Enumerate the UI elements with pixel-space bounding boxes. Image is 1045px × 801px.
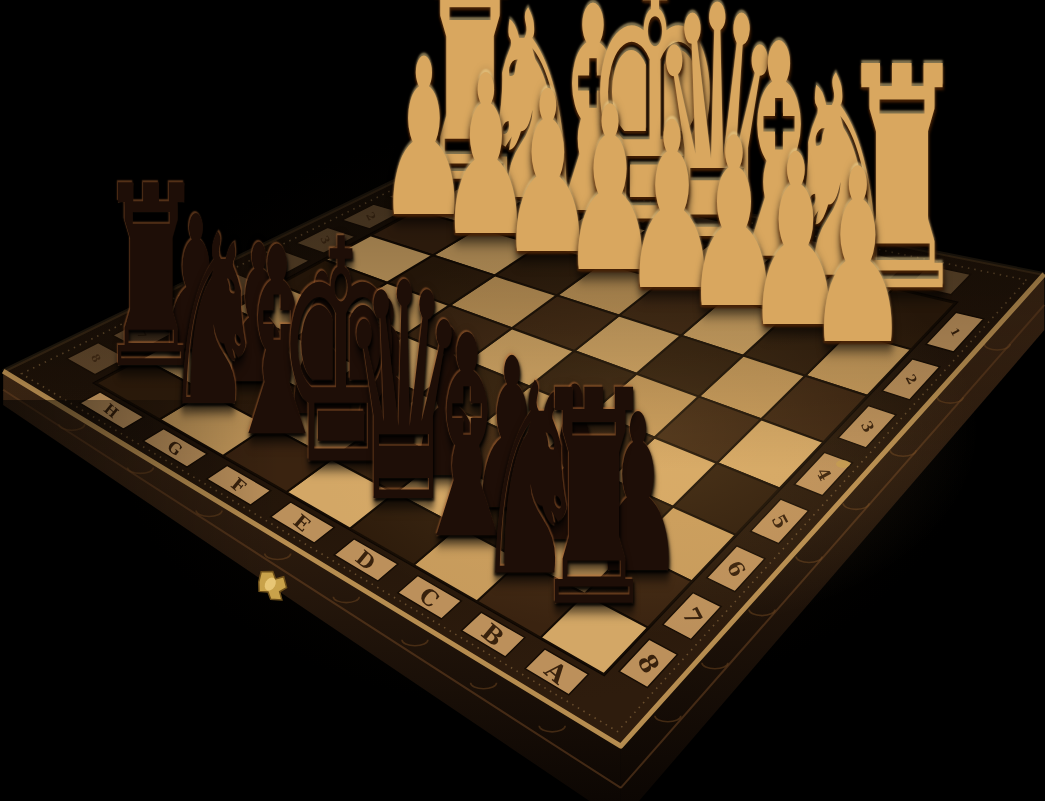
piece-black-rook-a8[interactable]: ♜ <box>532 354 657 650</box>
scene: AABBCCDDEEFFGGHH1122334455667788 ♜♞♟♝♟♚♟… <box>0 0 1045 801</box>
piece-white-pawn-a2[interactable]: ♟ <box>807 139 908 380</box>
hinge-glint <box>836 460 850 468</box>
